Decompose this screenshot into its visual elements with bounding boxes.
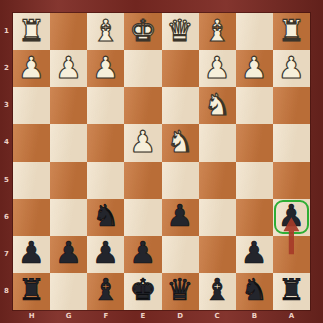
square-c4[interactable]	[199, 124, 236, 161]
white-bishop-f1: ♝	[92, 16, 119, 46]
white-pawn-e4: ♟	[129, 127, 156, 157]
rank-label-6: 6	[0, 213, 13, 221]
square-d8[interactable]: ♛	[162, 273, 199, 310]
black-bishop-c8: ♝	[204, 275, 231, 305]
white-knight-d4: ♞	[167, 127, 194, 157]
square-b5[interactable]	[236, 162, 273, 199]
square-a3[interactable]	[273, 87, 310, 124]
square-e5[interactable]	[124, 162, 161, 199]
square-f5[interactable]	[87, 162, 124, 199]
white-pawn-b2: ♟	[241, 53, 268, 83]
square-b1[interactable]	[236, 13, 273, 50]
square-e7[interactable]: ♟	[124, 236, 161, 273]
square-a7[interactable]	[273, 236, 310, 273]
square-g4[interactable]	[50, 124, 87, 161]
square-g8[interactable]	[50, 273, 87, 310]
square-d4[interactable]: ♞	[162, 124, 199, 161]
square-a1[interactable]: ♜	[273, 13, 310, 50]
black-pawn-d6: ♟	[167, 201, 194, 231]
black-pawn-f7: ♟	[92, 238, 119, 268]
square-b2[interactable]: ♟	[236, 50, 273, 87]
white-rook-a1: ♜	[278, 16, 305, 46]
rank-label-8: 8	[0, 287, 13, 295]
file-label-g: G	[50, 312, 87, 320]
square-d3[interactable]	[162, 87, 199, 124]
white-king-e1: ♚	[129, 16, 156, 46]
square-e3[interactable]	[124, 87, 161, 124]
square-c2[interactable]: ♟	[199, 50, 236, 87]
file-label-h: H	[13, 312, 50, 320]
black-king-e8: ♚	[129, 275, 156, 305]
square-d5[interactable]	[162, 162, 199, 199]
black-queen-d8: ♛	[167, 275, 194, 305]
rank-label-2: 2	[0, 64, 13, 72]
square-a8[interactable]: ♜	[273, 273, 310, 310]
black-knight-f6: ♞	[92, 201, 119, 231]
white-pawn-f2: ♟	[92, 53, 119, 83]
square-c5[interactable]	[199, 162, 236, 199]
square-f8[interactable]: ♝	[87, 273, 124, 310]
square-c8[interactable]: ♝	[199, 273, 236, 310]
square-g5[interactable]	[50, 162, 87, 199]
square-d2[interactable]	[162, 50, 199, 87]
rank-label-1: 1	[0, 27, 13, 35]
square-f7[interactable]: ♟	[87, 236, 124, 273]
square-g6[interactable]	[50, 199, 87, 236]
file-label-f: F	[87, 312, 124, 320]
square-c1[interactable]: ♝	[199, 13, 236, 50]
square-g3[interactable]	[50, 87, 87, 124]
file-label-c: C	[199, 312, 236, 320]
black-bishop-f8: ♝	[92, 275, 119, 305]
square-b7[interactable]: ♟	[236, 236, 273, 273]
rank-label-5: 5	[0, 176, 13, 184]
square-c7[interactable]	[199, 236, 236, 273]
square-a6[interactable]: ♟	[273, 199, 310, 236]
square-d7[interactable]	[162, 236, 199, 273]
file-label-b: B	[236, 312, 273, 320]
black-pawn-b7: ♟	[241, 238, 268, 268]
square-h5[interactable]	[13, 162, 50, 199]
square-f6[interactable]: ♞	[87, 199, 124, 236]
white-queen-d1: ♛	[167, 16, 194, 46]
square-a5[interactable]	[273, 162, 310, 199]
square-h3[interactable]	[13, 87, 50, 124]
square-h6[interactable]	[13, 199, 50, 236]
square-e8[interactable]: ♚	[124, 273, 161, 310]
square-f2[interactable]: ♟	[87, 50, 124, 87]
square-b6[interactable]	[236, 199, 273, 236]
square-e2[interactable]	[124, 50, 161, 87]
square-a4[interactable]	[273, 124, 310, 161]
square-h7[interactable]: ♟	[13, 236, 50, 273]
square-h8[interactable]: ♜	[13, 273, 50, 310]
square-h4[interactable]	[13, 124, 50, 161]
square-f3[interactable]	[87, 87, 124, 124]
square-g7[interactable]: ♟	[50, 236, 87, 273]
chess-diagram: ♜♝♚♛♝♜♟♟♟♟♟♟♞♟♞♞♟♟♟♟♟♟♟♜♝♚♛♝♞♜ 12345678 …	[0, 0, 323, 323]
rank-label-3: 3	[0, 101, 13, 109]
square-f4[interactable]	[87, 124, 124, 161]
square-b4[interactable]	[236, 124, 273, 161]
square-b8[interactable]: ♞	[236, 273, 273, 310]
black-knight-b8: ♞	[241, 275, 268, 305]
square-e4[interactable]: ♟	[124, 124, 161, 161]
white-pawn-c2: ♟	[204, 53, 231, 83]
black-pawn-a6: ♟	[278, 201, 305, 231]
square-f1[interactable]: ♝	[87, 13, 124, 50]
square-e6[interactable]	[124, 199, 161, 236]
square-d1[interactable]: ♛	[162, 13, 199, 50]
square-e1[interactable]: ♚	[124, 13, 161, 50]
square-a2[interactable]: ♟	[273, 50, 310, 87]
black-pawn-h7: ♟	[18, 238, 45, 268]
white-pawn-g2: ♟	[55, 53, 82, 83]
white-pawn-a2: ♟	[278, 53, 305, 83]
square-h2[interactable]: ♟	[13, 50, 50, 87]
file-label-a: A	[273, 312, 310, 320]
square-d6[interactable]: ♟	[162, 199, 199, 236]
square-c6[interactable]	[199, 199, 236, 236]
black-pawn-g7: ♟	[55, 238, 82, 268]
white-knight-c3: ♞	[204, 90, 231, 120]
file-label-e: E	[124, 312, 161, 320]
white-rook-h1: ♜	[18, 16, 45, 46]
square-g2[interactable]: ♟	[50, 50, 87, 87]
square-g1[interactable]	[50, 13, 87, 50]
rank-label-7: 7	[0, 250, 13, 258]
black-rook-h8: ♜	[18, 275, 45, 305]
square-c3[interactable]: ♞	[199, 87, 236, 124]
black-pawn-e7: ♟	[129, 238, 156, 268]
file-label-d: D	[162, 312, 199, 320]
white-pawn-h2: ♟	[18, 53, 45, 83]
chess-board: ♜♝♚♛♝♜♟♟♟♟♟♟♞♟♞♞♟♟♟♟♟♟♟♜♝♚♛♝♞♜	[13, 13, 310, 310]
white-bishop-c1: ♝	[204, 16, 231, 46]
square-b3[interactable]	[236, 87, 273, 124]
square-h1[interactable]: ♜	[13, 13, 50, 50]
rank-label-4: 4	[0, 138, 13, 146]
black-rook-a8: ♜	[278, 275, 305, 305]
